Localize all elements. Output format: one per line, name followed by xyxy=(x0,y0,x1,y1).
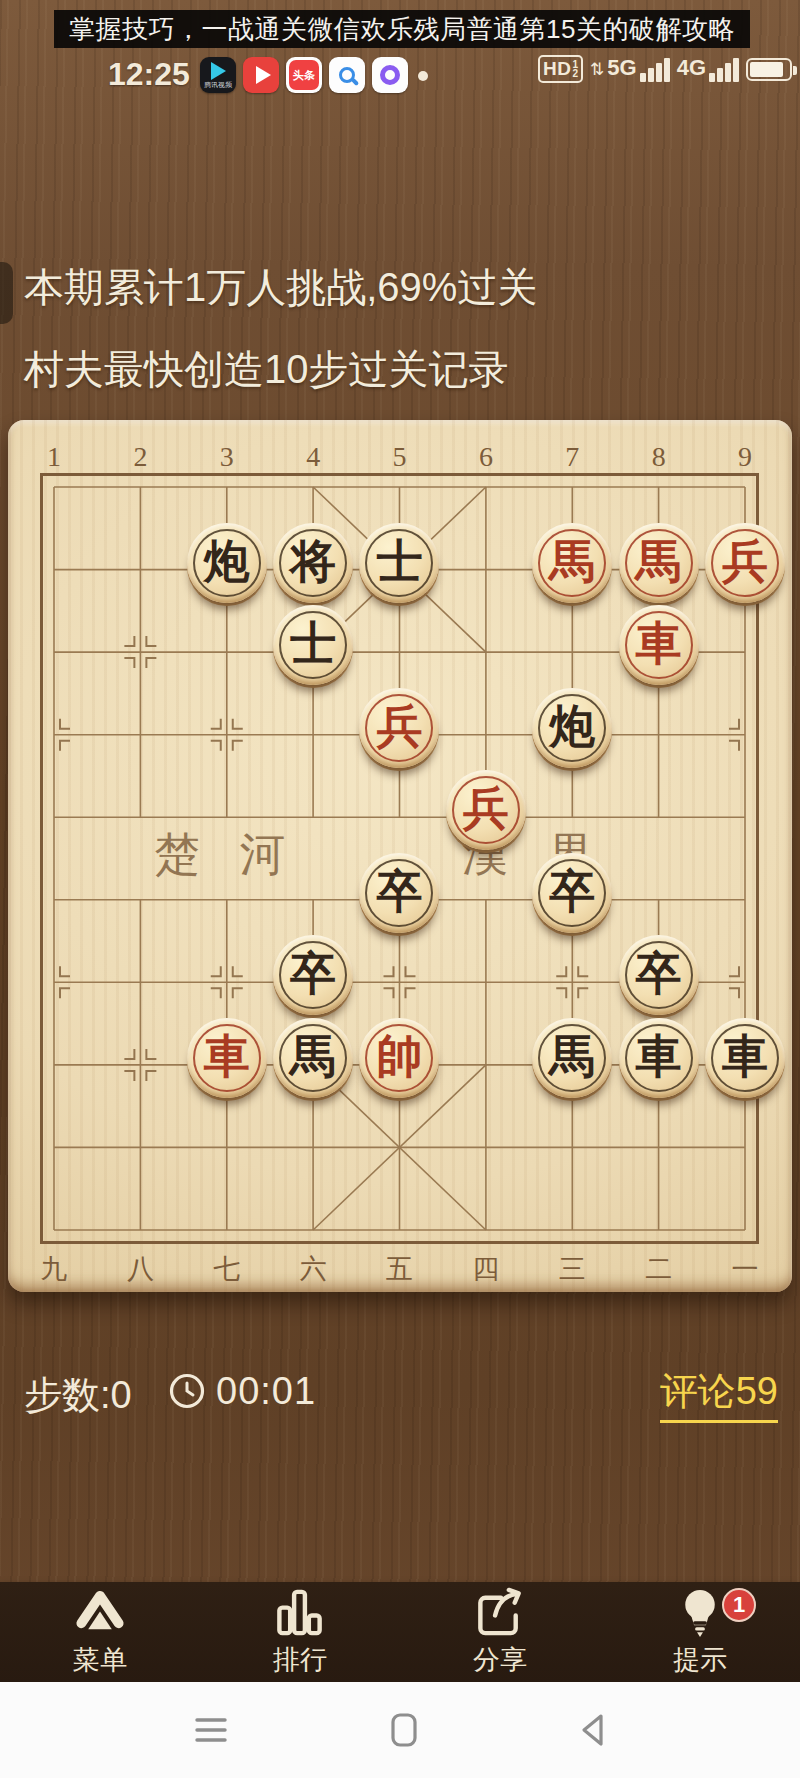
piece-glyph: 馬 xyxy=(549,1034,595,1080)
updown-arrows-icon: ⇅ xyxy=(590,61,604,78)
black-chariot[interactable]: 車 xyxy=(705,1018,785,1098)
network-5g-label: 5G xyxy=(607,57,636,79)
menu-lines-icon[interactable] xyxy=(192,1710,232,1750)
black-chariot[interactable]: 車 xyxy=(619,1018,699,1098)
ranking-bars-icon xyxy=(271,1586,329,1639)
xiangqi-board: 123456789九八七六五四三二一楚 河漢 界 炮将士馬馬兵士車兵炮兵卒卒卒卒… xyxy=(8,420,792,1292)
volte-hd-icon: HD 1 2 xyxy=(538,55,583,83)
hint-bulb-icon xyxy=(671,1586,729,1639)
black-cannon[interactable]: 炮 xyxy=(532,688,612,768)
toutiao-label: 头条 xyxy=(289,60,319,90)
video-title: 掌握技巧，一战通关微信欢乐残局普通第15关的破解攻略 xyxy=(69,12,735,47)
piece-glyph: 炮 xyxy=(549,704,595,750)
video-title-bar: 掌握技巧，一战通关微信欢乐残局普通第15关的破解攻略 xyxy=(54,10,750,48)
red-horse[interactable]: 馬 xyxy=(532,523,612,603)
toutiao-icon: 头条 xyxy=(286,57,322,93)
piece-glyph: 兵 xyxy=(376,704,422,750)
nav-ranking-label: 排行 xyxy=(273,1642,327,1678)
piece-glyph: 卒 xyxy=(376,869,422,915)
red-horse[interactable]: 馬 xyxy=(619,523,699,603)
back-icon[interactable] xyxy=(574,1710,614,1750)
comments-link[interactable]: 评论59 xyxy=(660,1366,778,1423)
red-soldier[interactable]: 兵 xyxy=(705,523,785,603)
nav-hint-button[interactable]: 1 提示 xyxy=(605,1586,795,1678)
nav-share-button[interactable]: 分享 xyxy=(405,1586,595,1678)
tencent-video-icon: 腾讯视频 xyxy=(200,57,236,93)
piece-glyph: 車 xyxy=(636,1034,682,1080)
hd-label: HD xyxy=(543,58,571,80)
red-general[interactable]: 帥 xyxy=(359,1018,439,1098)
bottom-nav-bar: 菜单 排行 分享 1 xyxy=(0,1582,800,1682)
piece-glyph: 士 xyxy=(376,539,422,585)
black-soldier[interactable]: 卒 xyxy=(619,935,699,1015)
signal-bars-icon xyxy=(640,56,670,82)
hint-badge: 1 xyxy=(722,1588,756,1622)
piece-glyph: 馬 xyxy=(290,1034,336,1080)
black-horse[interactable]: 馬 xyxy=(273,1018,353,1098)
signal-4g: 4G xyxy=(677,56,739,82)
timer-value: 00:01 xyxy=(216,1370,316,1413)
nav-menu-label: 菜单 xyxy=(73,1642,127,1678)
edge-tab xyxy=(0,262,13,324)
piece-glyph: 将 xyxy=(290,539,336,585)
nav-share-label: 分享 xyxy=(473,1642,527,1678)
share-icon xyxy=(471,1586,529,1639)
black-general[interactable]: 将 xyxy=(273,523,353,603)
black-cannon[interactable]: 炮 xyxy=(187,523,267,603)
piece-grid: 炮将士馬馬兵士車兵炮兵卒卒卒卒車馬帥馬車車 xyxy=(11,446,788,1272)
red-soldier[interactable]: 兵 xyxy=(359,688,439,768)
ring-glyph xyxy=(380,65,400,85)
piece-glyph: 車 xyxy=(722,1034,768,1080)
notification-app-icons: 腾讯视频 头条 xyxy=(200,57,408,93)
nav-hint-label: 提示 xyxy=(673,1642,727,1678)
play-glyph xyxy=(256,66,271,84)
piece-glyph: 卒 xyxy=(549,869,595,915)
play-glyph xyxy=(211,62,226,80)
stats-line: 村夫最快创造10步过关记录 xyxy=(24,340,537,422)
android-nav-bar xyxy=(0,1682,800,1778)
network-4g-label: 4G xyxy=(677,57,706,79)
tencent-video-label: 腾讯视频 xyxy=(204,81,232,88)
hd-sim2: 2 xyxy=(572,69,578,79)
piece-glyph: 馬 xyxy=(549,539,595,585)
black-advisor[interactable]: 士 xyxy=(359,523,439,603)
hud-row: 步数:0 00:01 评论59 xyxy=(0,1360,800,1430)
signal-bars-icon xyxy=(709,56,739,82)
status-right-cluster: HD 1 2 ⇅ 5G 4G xyxy=(538,55,792,83)
video-play-icon xyxy=(243,57,279,93)
recent-apps-icon[interactable] xyxy=(384,1710,424,1750)
battery-icon xyxy=(746,58,792,81)
search-app-icon xyxy=(329,57,365,93)
move-counter: 步数:0 xyxy=(24,1370,132,1421)
black-horse[interactable]: 馬 xyxy=(532,1018,612,1098)
piece-glyph: 兵 xyxy=(722,539,768,585)
timer-clock-icon xyxy=(168,1372,206,1410)
piece-glyph: 帥 xyxy=(376,1034,422,1080)
black-advisor[interactable]: 士 xyxy=(273,605,353,685)
status-bar: 12:25 腾讯视频 头条 HD 1 xyxy=(0,52,800,98)
red-chariot[interactable]: 車 xyxy=(187,1018,267,1098)
phone-screen: 掌握技巧，一战通关微信欢乐残局普通第15关的破解攻略 12:25 腾讯视频 头条 xyxy=(0,0,800,1778)
piece-glyph: 兵 xyxy=(463,786,509,832)
piece-glyph: 士 xyxy=(290,621,336,667)
menu-up-icon xyxy=(71,1586,129,1639)
black-soldier[interactable]: 卒 xyxy=(532,853,612,933)
stats-line: 本期累计1万人挑战,69%过关 xyxy=(24,258,537,340)
piece-glyph: 卒 xyxy=(636,951,682,997)
notification-dot xyxy=(418,71,428,81)
nav-ranking-button[interactable]: 排行 xyxy=(205,1586,395,1678)
red-chariot[interactable]: 車 xyxy=(619,605,699,685)
status-time: 12:25 xyxy=(108,56,190,93)
piece-glyph: 馬 xyxy=(636,539,682,585)
black-soldier[interactable]: 卒 xyxy=(359,853,439,933)
magnifier-glyph xyxy=(339,67,355,83)
nav-menu-button[interactable]: 菜单 xyxy=(5,1586,195,1678)
piece-glyph: 車 xyxy=(204,1034,250,1080)
browser-app-icon xyxy=(372,57,408,93)
red-soldier[interactable]: 兵 xyxy=(446,770,526,850)
black-soldier[interactable]: 卒 xyxy=(273,935,353,1015)
signal-5g: ⇅ 5G xyxy=(590,56,670,82)
piece-glyph: 炮 xyxy=(204,539,250,585)
piece-glyph: 卒 xyxy=(290,951,336,997)
piece-glyph: 車 xyxy=(636,621,682,667)
